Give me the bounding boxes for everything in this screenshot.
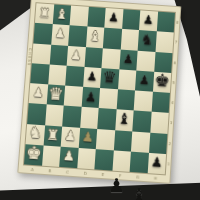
square-r0c2 <box>70 6 89 27</box>
square-r7c7: ♟ <box>147 153 166 175</box>
black-king: ♚ <box>154 72 170 90</box>
black-bishop: ♝ <box>117 111 131 127</box>
black-pawn: ♟ <box>108 11 119 24</box>
square-r6c6 <box>131 131 150 153</box>
square-r0c4: ♟ <box>104 8 123 29</box>
white-king: ♚ <box>25 144 42 162</box>
square-r5c6 <box>132 111 151 133</box>
square-r2c1 <box>49 44 68 65</box>
board-border: CHESS ♜♝♟♟♟♝♞♟♟♟♛♟♚♟♛♟♝♞♜♟♟♚♟♟ ABCDEFGH … <box>17 0 181 184</box>
square-r4c3: ♟ <box>81 87 100 108</box>
file-label: C <box>66 170 69 174</box>
captured-black-bishop: ♝ <box>131 186 147 200</box>
square-r6c2: ♟ <box>61 126 80 148</box>
rank-label: 5 <box>172 81 175 85</box>
square-r7c1 <box>42 145 61 167</box>
square-r3c2 <box>65 65 84 86</box>
black-pawn: ♟ <box>139 73 151 86</box>
black-knight: ♞ <box>140 32 153 47</box>
square-r5c1 <box>45 105 64 127</box>
square-r6c4 <box>96 129 115 151</box>
square-r2c3 <box>84 47 103 68</box>
square-r7c6 <box>130 151 149 173</box>
black-pawn: ♟ <box>86 70 98 83</box>
white-pawn: ♟ <box>33 86 45 99</box>
white-rook: ♜ <box>38 5 51 19</box>
square-r3c3: ♟ <box>83 67 102 88</box>
square-r3c6: ♟ <box>135 70 154 91</box>
file-label: E <box>101 173 104 177</box>
photo-frame: CHESS ♜♝♟♟♟♝♞♟♟♟♛♟♚♟♛♟♝♞♜♟♟♚♟♟ ABCDEFGH … <box>0 0 200 200</box>
square-r3c4: ♛ <box>100 68 119 89</box>
square-r7c3 <box>77 148 96 170</box>
file-label: A <box>31 168 34 172</box>
square-r6c3: ♟ <box>78 127 97 149</box>
white-pawn: ♟ <box>64 128 77 142</box>
square-r0c0: ♜ <box>35 3 54 24</box>
square-r1c4 <box>103 28 122 49</box>
rank-label: 6 <box>173 61 176 65</box>
square-r0c7 <box>156 12 175 33</box>
square-r1c0 <box>33 23 52 44</box>
square-r6c5 <box>113 130 132 152</box>
square-r5c3 <box>80 107 99 129</box>
file-label: D <box>84 172 87 176</box>
captured-black-pawn: ♟ <box>108 176 125 195</box>
square-r7c4 <box>94 149 113 171</box>
white-rook: ♜ <box>46 127 60 142</box>
black-pawn: ♟ <box>143 13 154 26</box>
black-pawn: ♟ <box>150 155 163 169</box>
square-r4c2 <box>64 86 83 107</box>
black-pawn: ♟ <box>123 52 135 65</box>
square-r4c4 <box>99 88 118 109</box>
board-grid: ♜♝♟♟♟♝♞♟♟♟♛♟♚♟♛♟♝♞♜♟♟♚♟♟ <box>24 3 175 174</box>
square-r0c6: ♟ <box>139 10 158 31</box>
rank-label: 4 <box>171 101 174 105</box>
square-r2c0 <box>32 43 51 64</box>
square-r1c3: ♝ <box>86 27 105 48</box>
square-r2c2: ♟ <box>67 45 86 66</box>
square-r1c1: ♟ <box>51 24 70 45</box>
square-r4c1: ♛ <box>46 84 65 105</box>
white-pawn: ♟ <box>55 27 67 40</box>
file-label: G <box>136 175 139 179</box>
white-pawn: ♟ <box>62 149 75 163</box>
square-r1c6: ♞ <box>138 30 157 51</box>
white-pawn: ♟ <box>82 130 95 144</box>
square-r5c0 <box>27 103 46 125</box>
square-r6c7 <box>149 132 168 154</box>
square-r1c2 <box>68 25 87 46</box>
square-r5c7 <box>150 112 169 134</box>
file-label: B <box>48 169 51 173</box>
square-r2c5: ♟ <box>119 49 138 70</box>
black-queen: ♛ <box>102 69 117 86</box>
square-r4c7 <box>151 92 170 113</box>
square-r6c1: ♜ <box>43 125 62 147</box>
square-r0c5 <box>122 9 141 30</box>
square-r2c6 <box>136 50 155 71</box>
white-pawn: ♟ <box>70 48 82 61</box>
black-pawn: ♟ <box>84 89 97 103</box>
white-knight: ♞ <box>28 125 43 141</box>
rank-label: 8 <box>176 21 179 25</box>
white-bishop: ♝ <box>55 6 68 21</box>
rank-label: 3 <box>170 121 173 125</box>
rank-label: 1 <box>167 162 170 166</box>
white-bishop: ♝ <box>88 28 101 43</box>
square-r1c7 <box>155 31 174 52</box>
square-r3c5 <box>118 69 137 90</box>
file-label: H <box>154 177 157 181</box>
rank-label: 2 <box>168 142 171 146</box>
square-r7c0: ♚ <box>24 144 43 166</box>
square-r1c5 <box>120 29 139 50</box>
square-r4c0: ♟ <box>29 83 48 104</box>
square-r4c5 <box>116 89 135 110</box>
square-r0c3 <box>87 7 106 28</box>
square-r5c5: ♝ <box>115 109 134 131</box>
square-r3c7: ♚ <box>152 72 171 93</box>
square-r7c5 <box>112 150 131 172</box>
square-r3c0 <box>30 63 49 84</box>
chess-board: CHESS ♜♝♟♟♟♝♞♟♟♟♛♟♚♟♛♟♝♞♜♟♟♚♟♟ ABCDEFGH … <box>17 0 181 184</box>
square-r4c6 <box>134 90 153 111</box>
white-queen: ♛ <box>48 85 64 103</box>
square-r5c2 <box>62 106 81 128</box>
rank-label: 7 <box>175 41 178 45</box>
square-r7c2: ♟ <box>59 146 78 168</box>
square-r5c4 <box>97 108 116 130</box>
square-r0c1: ♝ <box>52 4 71 25</box>
